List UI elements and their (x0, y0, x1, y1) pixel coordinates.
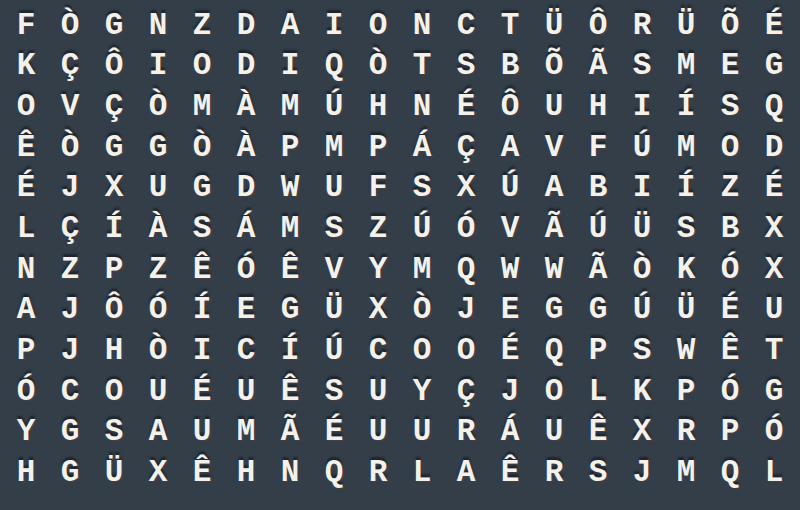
letter-cell[interactable]: É (752, 5, 796, 46)
letter-cell[interactable]: H (92, 330, 136, 371)
letter-cell[interactable]: C (224, 330, 268, 371)
letter-cell[interactable]: W (532, 249, 576, 290)
letter-cell[interactable]: Ü (312, 290, 356, 331)
letter-cell[interactable]: U (136, 168, 180, 209)
letter-cell[interactable]: P (268, 127, 312, 168)
letter-cell[interactable]: Ü (664, 290, 708, 331)
letter-cell[interactable]: X (620, 412, 664, 453)
letter-cell[interactable]: Ç (48, 208, 92, 249)
letter-cell[interactable]: Z (180, 5, 224, 46)
letter-cell[interactable]: W (268, 168, 312, 209)
letter-cell[interactable]: T (400, 46, 444, 87)
letter-cell[interactable]: M (664, 46, 708, 87)
letter-cell[interactable]: É (708, 290, 752, 331)
letter-cell[interactable]: Y (400, 371, 444, 412)
letter-cell[interactable]: X (752, 249, 796, 290)
letter-cell[interactable]: C (48, 371, 92, 412)
letter-cell[interactable]: V (312, 249, 356, 290)
letter-cell[interactable]: I (620, 168, 664, 209)
letter-cell[interactable]: Ó (708, 371, 752, 412)
letter-cell[interactable]: X (752, 208, 796, 249)
letter-cell[interactable]: Ã (576, 46, 620, 87)
letter-cell[interactable]: Í (268, 330, 312, 371)
letter-cell[interactable]: Y (4, 412, 48, 453)
letter-cell[interactable]: J (444, 290, 488, 331)
letter-cell[interactable]: P (4, 330, 48, 371)
letter-cell[interactable]: G (752, 46, 796, 87)
letter-cell[interactable]: T (752, 330, 796, 371)
letter-cell[interactable]: X (444, 168, 488, 209)
letter-cell[interactable]: D (224, 5, 268, 46)
letter-cell[interactable]: É (180, 371, 224, 412)
letter-cell[interactable]: J (620, 452, 664, 493)
letter-cell[interactable]: Á (488, 412, 532, 453)
letter-cell[interactable]: F (576, 127, 620, 168)
letter-cell[interactable]: G (48, 452, 92, 493)
letter-cell[interactable]: Ê (576, 412, 620, 453)
letter-cell[interactable]: Ò (356, 46, 400, 87)
letter-cell[interactable]: G (180, 168, 224, 209)
letter-cell[interactable]: Ê (4, 127, 48, 168)
letter-cell[interactable]: U (532, 86, 576, 127)
letter-cell[interactable]: P (576, 330, 620, 371)
letter-cell[interactable]: Ò (620, 249, 664, 290)
letter-cell[interactable]: Ú (400, 208, 444, 249)
letter-cell[interactable]: É (752, 168, 796, 209)
letter-cell[interactable]: F (4, 5, 48, 46)
letter-cell[interactable]: Q (312, 46, 356, 87)
letter-cell[interactable]: Ó (136, 290, 180, 331)
letter-cell[interactable]: Ò (136, 86, 180, 127)
letter-cell[interactable]: Ç (92, 86, 136, 127)
letter-cell[interactable]: R (664, 412, 708, 453)
letter-cell[interactable]: R (356, 452, 400, 493)
letter-cell[interactable]: À (136, 208, 180, 249)
letter-cell[interactable]: W (664, 330, 708, 371)
letter-cell[interactable]: O (444, 330, 488, 371)
letter-cell[interactable]: Ú (620, 127, 664, 168)
letter-cell[interactable]: F (356, 168, 400, 209)
letter-cell[interactable]: R (444, 412, 488, 453)
letter-cell[interactable]: D (224, 46, 268, 87)
letter-cell[interactable]: Ó (752, 412, 796, 453)
letter-cell[interactable]: Í (180, 290, 224, 331)
letter-cell[interactable]: Ú (576, 208, 620, 249)
letter-cell[interactable]: G (92, 5, 136, 46)
letter-cell[interactable]: U (224, 371, 268, 412)
letter-cell[interactable]: U (180, 412, 224, 453)
letter-cell[interactable]: K (664, 249, 708, 290)
letter-cell[interactable]: Ê (268, 249, 312, 290)
letter-cell[interactable]: K (4, 46, 48, 87)
letter-cell[interactable]: V (48, 86, 92, 127)
letter-cell[interactable]: Á (224, 208, 268, 249)
letter-cell[interactable]: N (136, 5, 180, 46)
letter-cell[interactable]: G (92, 127, 136, 168)
letter-cell[interactable]: H (4, 452, 48, 493)
letter-cell[interactable]: A (268, 5, 312, 46)
letter-cell[interactable]: É (312, 412, 356, 453)
letter-cell[interactable]: S (664, 208, 708, 249)
letter-cell[interactable]: D (224, 168, 268, 209)
letter-cell[interactable]: Ó (224, 249, 268, 290)
letter-cell[interactable]: Q (312, 452, 356, 493)
letter-cell[interactable]: O (180, 46, 224, 87)
letter-cell[interactable]: Í (664, 86, 708, 127)
letter-cell[interactable]: I (312, 5, 356, 46)
letter-cell[interactable]: Q (752, 86, 796, 127)
letter-cell[interactable]: M (400, 249, 444, 290)
letter-cell[interactable]: Ó (4, 371, 48, 412)
letter-cell[interactable]: M (224, 412, 268, 453)
letter-cell[interactable]: G (576, 290, 620, 331)
letter-cell[interactable]: Ü (532, 5, 576, 46)
letter-cell[interactable]: T (488, 5, 532, 46)
letter-cell[interactable]: U (400, 412, 444, 453)
letter-cell[interactable]: S (180, 208, 224, 249)
letter-cell[interactable]: Ã (532, 208, 576, 249)
letter-cell[interactable]: Ã (268, 412, 312, 453)
letter-cell[interactable]: E (488, 290, 532, 331)
letter-cell[interactable]: N (400, 5, 444, 46)
letter-cell[interactable]: Õ (532, 46, 576, 87)
letter-cell[interactable]: U (136, 371, 180, 412)
letter-cell[interactable]: O (708, 127, 752, 168)
letter-cell[interactable]: L (4, 208, 48, 249)
letter-cell[interactable]: U (356, 371, 400, 412)
letter-cell[interactable]: J (488, 371, 532, 412)
letter-cell[interactable]: P (356, 127, 400, 168)
letter-cell[interactable]: N (268, 452, 312, 493)
letter-cell[interactable]: I (268, 46, 312, 87)
letter-cell[interactable]: I (180, 330, 224, 371)
letter-cell[interactable]: N (4, 249, 48, 290)
letter-cell[interactable]: J (48, 290, 92, 331)
word-search-board: FÒGNZDAIONCTÜÔRÜÕÉKÇÔIODIQÒTSBÕÃSMEGOVÇÒ… (0, 0, 800, 510)
letter-cell[interactable]: Q (708, 452, 752, 493)
letter-cell[interactable]: Ô (92, 46, 136, 87)
letter-cell[interactable]: X (92, 168, 136, 209)
letter-cell[interactable]: U (356, 412, 400, 453)
letter-cell[interactable]: Ú (312, 330, 356, 371)
letter-cell[interactable]: U (532, 412, 576, 453)
letter-cell[interactable]: O (400, 330, 444, 371)
letter-cell[interactable]: Ü (664, 5, 708, 46)
letter-cell[interactable]: À (224, 127, 268, 168)
letter-cell[interactable]: Ê (708, 330, 752, 371)
letter-cell[interactable]: Õ (708, 5, 752, 46)
letter-cell[interactable]: G (532, 290, 576, 331)
letter-cell[interactable]: Ú (312, 86, 356, 127)
letter-cell[interactable]: Ü (620, 208, 664, 249)
letter-cell[interactable]: S (708, 86, 752, 127)
letter-cell[interactable]: G (752, 371, 796, 412)
word-search-grid: FÒGNZDAIONCTÜÔRÜÕÉKÇÔIODIQÒTSBÕÃSMEGOVÇÒ… (0, 0, 800, 510)
letter-cell[interactable]: Ü (92, 452, 136, 493)
letter-cell[interactable]: I (620, 86, 664, 127)
letter-cell[interactable]: S (312, 371, 356, 412)
letter-cell[interactable]: S (92, 412, 136, 453)
letter-cell[interactable]: X (356, 290, 400, 331)
letter-cell[interactable]: H (224, 452, 268, 493)
letter-cell[interactable]: A (136, 412, 180, 453)
letter-cell[interactable]: V (488, 208, 532, 249)
letter-cell[interactable]: C (444, 5, 488, 46)
letter-cell[interactable]: S (400, 168, 444, 209)
letter-cell[interactable]: É (444, 86, 488, 127)
letter-cell[interactable]: B (488, 46, 532, 87)
letter-cell[interactable]: G (136, 127, 180, 168)
letter-cell[interactable]: O (356, 5, 400, 46)
letter-cell[interactable]: Ó (444, 208, 488, 249)
letter-cell[interactable]: X (136, 452, 180, 493)
letter-cell[interactable]: Z (708, 168, 752, 209)
letter-cell[interactable]: Ç (48, 46, 92, 87)
letter-cell[interactable]: O (4, 86, 48, 127)
letter-cell[interactable]: U (752, 290, 796, 331)
letter-cell[interactable]: S (620, 330, 664, 371)
letter-cell[interactable]: W (488, 249, 532, 290)
letter-cell[interactable]: A (488, 127, 532, 168)
letter-cell[interactable]: Ç (444, 371, 488, 412)
letter-cell[interactable]: L (752, 452, 796, 493)
letter-cell[interactable]: À (224, 86, 268, 127)
letter-cell[interactable]: N (400, 86, 444, 127)
letter-cell[interactable]: D (752, 127, 796, 168)
letter-cell[interactable]: Ã (576, 249, 620, 290)
letter-cell[interactable]: M (180, 86, 224, 127)
letter-cell[interactable]: Ê (268, 371, 312, 412)
letter-cell[interactable]: M (312, 127, 356, 168)
letter-cell[interactable]: Í (664, 168, 708, 209)
letter-cell[interactable]: Ç (444, 127, 488, 168)
letter-cell[interactable]: S (620, 46, 664, 87)
letter-cell[interactable]: B (708, 208, 752, 249)
letter-cell[interactable]: R (620, 5, 664, 46)
letter-cell[interactable]: M (268, 86, 312, 127)
letter-cell[interactable]: S (312, 208, 356, 249)
letter-cell[interactable]: Z (48, 249, 92, 290)
letter-cell[interactable]: R (532, 452, 576, 493)
letter-cell[interactable]: M (664, 127, 708, 168)
letter-cell[interactable]: O (92, 371, 136, 412)
letter-cell[interactable]: Á (400, 127, 444, 168)
letter-cell[interactable]: O (532, 371, 576, 412)
letter-cell[interactable]: Q (444, 249, 488, 290)
letter-cell[interactable]: A (532, 168, 576, 209)
letter-cell[interactable]: Ò (48, 5, 92, 46)
letter-cell[interactable]: V (532, 127, 576, 168)
letter-cell[interactable]: S (576, 452, 620, 493)
letter-cell[interactable]: S (444, 46, 488, 87)
letter-cell[interactable]: Ú (488, 168, 532, 209)
letter-cell[interactable]: H (576, 86, 620, 127)
letter-cell[interactable]: Ô (488, 86, 532, 127)
letter-cell[interactable]: C (356, 330, 400, 371)
letter-cell[interactable]: J (48, 168, 92, 209)
letter-cell[interactable]: P (664, 371, 708, 412)
letter-cell[interactable]: Ò (48, 127, 92, 168)
letter-cell[interactable]: J (48, 330, 92, 371)
letter-cell[interactable]: É (4, 168, 48, 209)
letter-cell[interactable]: G (48, 412, 92, 453)
letter-cell[interactable]: Ò (180, 127, 224, 168)
letter-cell[interactable]: Ó (708, 249, 752, 290)
letter-cell[interactable]: A (444, 452, 488, 493)
letter-cell[interactable]: Y (356, 249, 400, 290)
letter-cell[interactable]: Ú (620, 290, 664, 331)
letter-cell[interactable]: P (708, 412, 752, 453)
letter-cell[interactable]: A (4, 290, 48, 331)
letter-cell[interactable]: L (576, 371, 620, 412)
letter-cell[interactable]: K (620, 371, 664, 412)
letter-cell[interactable]: E (708, 46, 752, 87)
letter-cell[interactable]: G (268, 290, 312, 331)
letter-cell[interactable]: M (664, 452, 708, 493)
letter-cell[interactable]: Ê (180, 452, 224, 493)
letter-cell[interactable]: E (224, 290, 268, 331)
letter-cell[interactable]: Z (136, 249, 180, 290)
letter-cell[interactable]: Ò (400, 290, 444, 331)
letter-cell[interactable]: Z (356, 208, 400, 249)
letter-cell[interactable]: Ê (180, 249, 224, 290)
letter-cell[interactable]: P (92, 249, 136, 290)
letter-cell[interactable]: Ô (576, 5, 620, 46)
letter-cell[interactable]: Q (532, 330, 576, 371)
letter-cell[interactable]: Ò (136, 330, 180, 371)
letter-cell[interactable]: I (136, 46, 180, 87)
letter-cell[interactable]: H (356, 86, 400, 127)
letter-cell[interactable]: M (268, 208, 312, 249)
letter-cell[interactable]: L (400, 452, 444, 493)
letter-cell[interactable]: B (576, 168, 620, 209)
letter-cell[interactable]: Ê (488, 452, 532, 493)
letter-cell[interactable]: É (488, 330, 532, 371)
letter-cell[interactable]: Ô (92, 290, 136, 331)
letter-cell[interactable]: Í (92, 208, 136, 249)
letter-cell[interactable]: U (312, 168, 356, 209)
